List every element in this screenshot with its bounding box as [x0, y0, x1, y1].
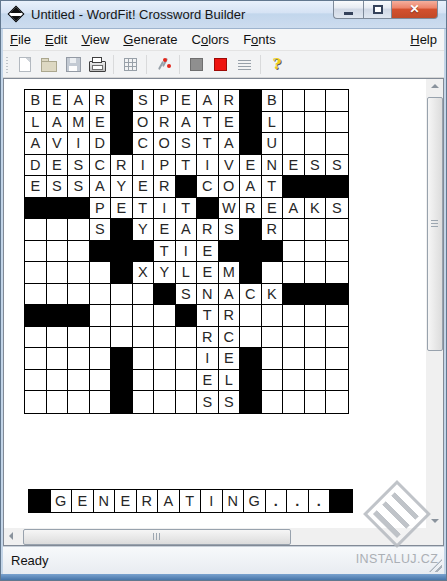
grid-cell[interactable]: [240, 327, 262, 349]
grid-cell[interactable]: E: [111, 198, 133, 220]
window-frame-left: [0, 29, 3, 574]
grid-cell[interactable]: E: [176, 90, 198, 112]
grid-cell[interactable]: [90, 370, 112, 392]
scroll-left-icon[interactable]: [9, 532, 13, 540]
grid-cell-black[interactable]: [111, 262, 133, 284]
banner-cell: E: [115, 490, 137, 512]
grid-cell[interactable]: S: [197, 391, 219, 413]
grid-cell[interactable]: [133, 284, 155, 306]
grid-cell[interactable]: E: [133, 176, 155, 198]
maximize-button[interactable]: [363, 0, 392, 19]
grid-cell[interactable]: [90, 348, 112, 370]
grid-cell[interactable]: O: [219, 176, 241, 198]
grid-cell-black[interactable]: [240, 391, 262, 413]
grid-cell[interactable]: [47, 327, 69, 349]
grid-cell-black[interactable]: [305, 176, 327, 198]
new-document-icon: [19, 57, 31, 72]
grid-cell[interactable]: [90, 391, 112, 413]
banner-cell: R: [137, 490, 159, 512]
grid-cell[interactable]: T: [176, 155, 198, 177]
grid-cell[interactable]: T: [133, 198, 155, 220]
grid-cell[interactable]: E: [262, 198, 284, 220]
grid-cell[interactable]: [47, 241, 69, 263]
watermark-text: INSTALUJ.CZ: [352, 552, 442, 566]
grid-cell[interactable]: N: [262, 155, 284, 177]
gray-color-button[interactable]: [185, 53, 207, 75]
grid-cell[interactable]: V: [47, 133, 69, 155]
grid-cell-black[interactable]: [283, 284, 305, 306]
grid-cell[interactable]: N: [197, 284, 219, 306]
grid-cell[interactable]: C: [240, 284, 262, 306]
grid-cell[interactable]: R: [240, 198, 262, 220]
vertical-scrollbar[interactable]: [426, 79, 443, 528]
vertical-scrollbar-thumb[interactable]: [427, 97, 443, 351]
open-folder-icon: [41, 61, 57, 72]
grid-cell[interactable]: [326, 90, 348, 112]
grid-cell[interactable]: P: [154, 90, 176, 112]
grid-cell[interactable]: R: [219, 305, 241, 327]
grid-cell[interactable]: [176, 391, 198, 413]
grid-cell[interactable]: [47, 262, 69, 284]
grid-cell[interactable]: [47, 219, 69, 241]
grid-cell[interactable]: [262, 262, 284, 284]
red-swatch-icon: [214, 58, 227, 71]
grid-cell[interactable]: [111, 327, 133, 349]
grid-cell-black[interactable]: [240, 219, 262, 241]
grid-cell[interactable]: [305, 133, 327, 155]
grid-cell[interactable]: E: [219, 348, 241, 370]
banner-cell: .: [287, 490, 309, 512]
grid-cell[interactable]: [25, 262, 47, 284]
grid-cell[interactable]: [68, 327, 90, 349]
grid-cell[interactable]: K: [262, 284, 284, 306]
grid-cell[interactable]: L: [176, 262, 198, 284]
generate-button[interactable]: [152, 53, 174, 75]
menu-bar: FileEditViewGenerateColorsFontsHelp: [3, 29, 444, 51]
grid-cell[interactable]: [25, 391, 47, 413]
grid-cell[interactable]: [111, 284, 133, 306]
grid-cell-black[interactable]: [240, 90, 262, 112]
grid-cell[interactable]: [326, 262, 348, 284]
grid-cell[interactable]: [283, 112, 305, 134]
banner-cell: E: [72, 490, 94, 512]
line-style-button[interactable]: [233, 53, 255, 75]
grid-cell[interactable]: [262, 370, 284, 392]
grid-cell[interactable]: [133, 305, 155, 327]
grid-cell[interactable]: [305, 370, 327, 392]
banner-cell: .: [309, 490, 331, 512]
grid-cell-black[interactable]: [240, 112, 262, 134]
grid-icon: [124, 58, 137, 71]
grid-cell[interactable]: [90, 262, 112, 284]
grid-cell[interactable]: A: [47, 112, 69, 134]
grid-cell[interactable]: [262, 391, 284, 413]
grid-cell[interactable]: [68, 262, 90, 284]
toolbar: ?: [3, 51, 444, 78]
grid-cell-black[interactable]: [111, 90, 133, 112]
close-button[interactable]: ✕: [392, 0, 438, 19]
grid-cell[interactable]: A: [219, 284, 241, 306]
grid-cell[interactable]: [68, 370, 90, 392]
grid-cell[interactable]: [262, 327, 284, 349]
grid-cell-black[interactable]: [176, 176, 198, 198]
grid-cell[interactable]: [305, 348, 327, 370]
grid-cell[interactable]: [326, 370, 348, 392]
lines-icon: [238, 59, 251, 70]
grid-cell[interactable]: [154, 327, 176, 349]
grid-cell[interactable]: [47, 370, 69, 392]
grid-cell-black[interactable]: [219, 241, 241, 263]
menu-item-file[interactable]: File: [3, 30, 38, 49]
grid-cell[interactable]: C: [197, 176, 219, 198]
grid-cell[interactable]: E: [197, 370, 219, 392]
grid-cell-black[interactable]: [90, 241, 112, 263]
grid-cell[interactable]: [283, 241, 305, 263]
grid-cell[interactable]: T: [176, 198, 198, 220]
grid-cell[interactable]: [305, 262, 327, 284]
grid-cell[interactable]: [262, 348, 284, 370]
grid-cell[interactable]: L: [219, 370, 241, 392]
grid-cell[interactable]: [326, 112, 348, 134]
status-text: Ready: [11, 553, 49, 568]
grid-cell[interactable]: E: [197, 241, 219, 263]
grid-cell[interactable]: [326, 327, 348, 349]
grid-cell[interactable]: S: [305, 155, 327, 177]
grid-cell[interactable]: [305, 219, 327, 241]
save-button[interactable]: [62, 53, 84, 75]
grid-cell[interactable]: S: [326, 198, 348, 220]
print-icon: [89, 61, 106, 72]
grid-cell[interactable]: B: [25, 90, 47, 112]
grid-cell[interactable]: D: [25, 155, 47, 177]
grid-cell[interactable]: I: [197, 155, 219, 177]
help-icon: ?: [273, 57, 282, 72]
grid-cell[interactable]: I: [197, 348, 219, 370]
grid-cell[interactable]: O: [133, 112, 155, 134]
grid-cell[interactable]: X: [133, 262, 155, 284]
grid-cell-black[interactable]: [326, 284, 348, 306]
window-frame-bottom: [0, 574, 447, 581]
banner-cell: T: [180, 490, 202, 512]
new-document-button[interactable]: [14, 53, 36, 75]
grid-cell[interactable]: A: [68, 90, 90, 112]
grid-cell[interactable]: S: [219, 219, 241, 241]
grid-cell[interactable]: [326, 241, 348, 263]
grid-cell-black[interactable]: [133, 241, 155, 263]
banner-cell: G: [51, 490, 73, 512]
grid-cell[interactable]: E: [283, 155, 305, 177]
grid-cell[interactable]: A: [197, 90, 219, 112]
grid-cell[interactable]: A: [90, 176, 112, 198]
minimize-button[interactable]: [333, 0, 363, 19]
grid-cell[interactable]: [90, 284, 112, 306]
crossword-grid: BEARSPEARBLAMEORATELAVIDCOSTAUDESCRIPTIV…: [24, 89, 349, 414]
grid-cell[interactable]: D: [90, 133, 112, 155]
toolbar-gripper[interactable]: [6, 55, 8, 73]
grid-cell[interactable]: [176, 370, 198, 392]
grid-cell[interactable]: [90, 327, 112, 349]
grid-cell-black[interactable]: [111, 241, 133, 263]
toolbar-separator: [146, 55, 147, 74]
grid-cell[interactable]: A: [219, 133, 241, 155]
generate-icon: [155, 56, 171, 72]
grid-cell-black[interactable]: [68, 198, 90, 220]
grid-cell[interactable]: [176, 327, 198, 349]
grid-cell[interactable]: [240, 305, 262, 327]
banner-cell: N: [223, 490, 245, 512]
grid-cell[interactable]: A: [176, 112, 198, 134]
grid-cell[interactable]: [154, 391, 176, 413]
grid-cell-black[interactable]: [240, 370, 262, 392]
grid-cell[interactable]: [68, 219, 90, 241]
grid-cell[interactable]: [25, 327, 47, 349]
grid-cell[interactable]: T: [197, 305, 219, 327]
banner-cell: N: [94, 490, 116, 512]
banner-cell: A: [158, 490, 180, 512]
grid-cell[interactable]: [133, 391, 155, 413]
grid-cell[interactable]: [154, 305, 176, 327]
grid-cell[interactable]: [305, 305, 327, 327]
grid-cell-black[interactable]: [25, 198, 47, 220]
grid-cell[interactable]: [47, 284, 69, 306]
application-window: { "game": "crossword (WordFit! Crossword…: [0, 0, 447, 581]
open-button[interactable]: [38, 53, 60, 75]
grid-cell[interactable]: [25, 241, 47, 263]
grid-cell-black[interactable]: [111, 112, 133, 134]
grid-cell[interactable]: [326, 219, 348, 241]
help-button[interactable]: ?: [266, 53, 288, 75]
grid-cell[interactable]: A: [176, 219, 198, 241]
app-icon: [8, 6, 24, 22]
grid-cell[interactable]: [262, 305, 284, 327]
grid-cell[interactable]: R: [197, 219, 219, 241]
instaluj-logo-icon: [363, 480, 431, 548]
grid-cell[interactable]: E: [219, 112, 241, 134]
grid-cell-black[interactable]: [111, 391, 133, 413]
grid-cell[interactable]: [326, 391, 348, 413]
grid-cell-black[interactable]: [111, 348, 133, 370]
grid-cell[interactable]: A: [240, 176, 262, 198]
grid-cell[interactable]: S: [219, 391, 241, 413]
grid-cell[interactable]: S: [47, 176, 69, 198]
grid-cell[interactable]: [283, 133, 305, 155]
grid-cell[interactable]: P: [90, 198, 112, 220]
grid-cell-black[interactable]: [68, 305, 90, 327]
close-icon: ✕: [409, 3, 419, 15]
grid-cell[interactable]: M: [68, 112, 90, 134]
grid-cell[interactable]: S: [68, 155, 90, 177]
grid-cell[interactable]: [90, 305, 112, 327]
grid-cell[interactable]: T: [154, 241, 176, 263]
red-color-button[interactable]: [209, 53, 231, 75]
banner-cell-black: [29, 490, 51, 512]
grid-cell[interactable]: [283, 391, 305, 413]
grid-cell[interactable]: [68, 348, 90, 370]
menu-item-view[interactable]: View: [74, 30, 116, 49]
grid-cell[interactable]: C: [90, 155, 112, 177]
grid-cell[interactable]: A: [25, 133, 47, 155]
horizontal-scrollbar-thumb[interactable]: [23, 529, 291, 545]
grid-cell[interactable]: R: [154, 112, 176, 134]
grid-cell-black[interactable]: [240, 348, 262, 370]
minimize-icon: [344, 12, 353, 15]
grid-cell[interactable]: [326, 348, 348, 370]
generating-banner: GENERATING...: [28, 489, 353, 513]
banner-cell-black: [330, 490, 352, 512]
grid-cell[interactable]: C: [133, 133, 155, 155]
grid-cell[interactable]: S: [133, 90, 155, 112]
grid-cell[interactable]: E: [90, 112, 112, 134]
grid-cell[interactable]: [154, 370, 176, 392]
grid-cell[interactable]: Y: [154, 262, 176, 284]
grid-cell[interactable]: R: [111, 155, 133, 177]
grid-cell[interactable]: [68, 391, 90, 413]
grid-cell[interactable]: [283, 370, 305, 392]
grid-cell[interactable]: R: [197, 327, 219, 349]
grid-cell-black[interactable]: [176, 305, 198, 327]
grid-cell[interactable]: I: [68, 133, 90, 155]
menu-item-help[interactable]: Help: [403, 30, 444, 49]
save-floppy-icon: [66, 57, 81, 72]
grid-cell[interactable]: [25, 348, 47, 370]
menu-item-fonts[interactable]: Fonts: [236, 30, 283, 49]
grid-cell[interactable]: [283, 262, 305, 284]
grid-cell[interactable]: S: [176, 284, 198, 306]
grid-cell[interactable]: E: [25, 176, 47, 198]
grid-cell[interactable]: T: [262, 176, 284, 198]
grid-cell[interactable]: [133, 370, 155, 392]
grid-cell[interactable]: [133, 348, 155, 370]
grid-cell[interactable]: [283, 219, 305, 241]
banner-cell: G: [244, 490, 266, 512]
grid-cell[interactable]: I: [176, 241, 198, 263]
grid-cell[interactable]: U: [262, 133, 284, 155]
grid-cell[interactable]: A: [283, 198, 305, 220]
grid-cell[interactable]: [25, 370, 47, 392]
grid-cell-black[interactable]: [240, 262, 262, 284]
grid-cell[interactable]: [68, 241, 90, 263]
grid-cell-black[interactable]: [197, 198, 219, 220]
grid-cell-black[interactable]: [47, 198, 69, 220]
grid-cell[interactable]: [305, 241, 327, 263]
menu-item-colors[interactable]: Colors: [185, 30, 237, 49]
toolbar-separator: [260, 55, 261, 74]
grid-cell[interactable]: C: [219, 327, 241, 349]
grid-cell-black[interactable]: [262, 241, 284, 263]
menu-item-generate[interactable]: Generate: [116, 30, 184, 49]
grid-cell[interactable]: T: [197, 112, 219, 134]
grid-cell[interactable]: [326, 305, 348, 327]
grid-cell[interactable]: V: [219, 155, 241, 177]
grid-cell-black[interactable]: [326, 176, 348, 198]
grid-cell[interactable]: E: [154, 219, 176, 241]
grid-cell[interactable]: [25, 219, 47, 241]
toolbar-separator: [113, 55, 114, 74]
grid-cell[interactable]: [47, 391, 69, 413]
grid-cell[interactable]: S: [326, 155, 348, 177]
watermark: INSTALUJ.CZ: [352, 480, 442, 570]
gray-swatch-icon: [190, 58, 203, 71]
grid-cell[interactable]: [68, 284, 90, 306]
grid-cell[interactable]: M: [219, 262, 241, 284]
grid-cell-black[interactable]: [154, 284, 176, 306]
grid-cell-black[interactable]: [111, 133, 133, 155]
grid-cell[interactable]: W: [219, 198, 241, 220]
grid-cell[interactable]: S: [176, 133, 198, 155]
toolbar-separator: [179, 55, 180, 74]
puzzle-canvas: BEARSPEARBLAMEORATELAVIDCOSTAUDESCRIPTIV…: [3, 78, 444, 546]
grid-cell[interactable]: [283, 327, 305, 349]
grid-cell[interactable]: P: [154, 155, 176, 177]
grid-cell[interactable]: [283, 90, 305, 112]
grid-cell[interactable]: B: [262, 90, 284, 112]
grid-cell[interactable]: [154, 348, 176, 370]
grid-cell[interactable]: [111, 305, 133, 327]
grid-cell[interactable]: Y: [133, 219, 155, 241]
grid-cell[interactable]: [133, 327, 155, 349]
grid-cell[interactable]: R: [154, 176, 176, 198]
grid-cell[interactable]: [25, 284, 47, 306]
grid-cell[interactable]: E: [47, 90, 69, 112]
grid-cell[interactable]: I: [133, 155, 155, 177]
grid-cell[interactable]: [305, 391, 327, 413]
grid-cell-black[interactable]: [240, 133, 262, 155]
grid-cell[interactable]: [326, 133, 348, 155]
grid-cell[interactable]: S: [90, 219, 112, 241]
grid-cell[interactable]: E: [197, 262, 219, 284]
grid-cell[interactable]: [176, 348, 198, 370]
grid-cell[interactable]: [305, 327, 327, 349]
grid-cell[interactable]: [305, 112, 327, 134]
grid-cell[interactable]: S: [68, 176, 90, 198]
grid-cell[interactable]: K: [305, 198, 327, 220]
scroll-up-icon[interactable]: [431, 84, 439, 88]
banner-cell: I: [201, 490, 223, 512]
maximize-icon: [373, 5, 383, 14]
grid-cell[interactable]: I: [154, 198, 176, 220]
grid-cell[interactable]: [305, 90, 327, 112]
grid-cell-black[interactable]: [47, 305, 69, 327]
grid-cell[interactable]: T: [197, 133, 219, 155]
grid-cell[interactable]: E: [240, 155, 262, 177]
grid-cell-black[interactable]: [111, 370, 133, 392]
grid-cell[interactable]: L: [262, 112, 284, 134]
window-title: Untitled - WordFit! Crossword Builder: [31, 7, 245, 22]
grid-cell[interactable]: [283, 305, 305, 327]
grid-cell[interactable]: O: [154, 133, 176, 155]
grid-cell[interactable]: R: [219, 90, 241, 112]
grid-cell-black[interactable]: [111, 219, 133, 241]
grid-cell[interactable]: [283, 348, 305, 370]
grid-cell-black[interactable]: [283, 176, 305, 198]
window-controls: ✕: [333, 0, 438, 19]
grid-cell[interactable]: E: [47, 155, 69, 177]
grid-cell[interactable]: Y: [111, 176, 133, 198]
banner-cell: .: [266, 490, 288, 512]
grid-cell-black[interactable]: [240, 241, 262, 263]
grid-cell[interactable]: L: [25, 112, 47, 134]
grid-cell-black[interactable]: [25, 305, 47, 327]
menu-item-edit[interactable]: Edit: [38, 30, 74, 49]
grid-toggle-button[interactable]: [119, 53, 141, 75]
grid-cell-black[interactable]: [305, 284, 327, 306]
grid-cell[interactable]: [47, 348, 69, 370]
print-button[interactable]: [86, 53, 108, 75]
grid-cell[interactable]: R: [262, 219, 284, 241]
grid-cell[interactable]: R: [90, 90, 112, 112]
